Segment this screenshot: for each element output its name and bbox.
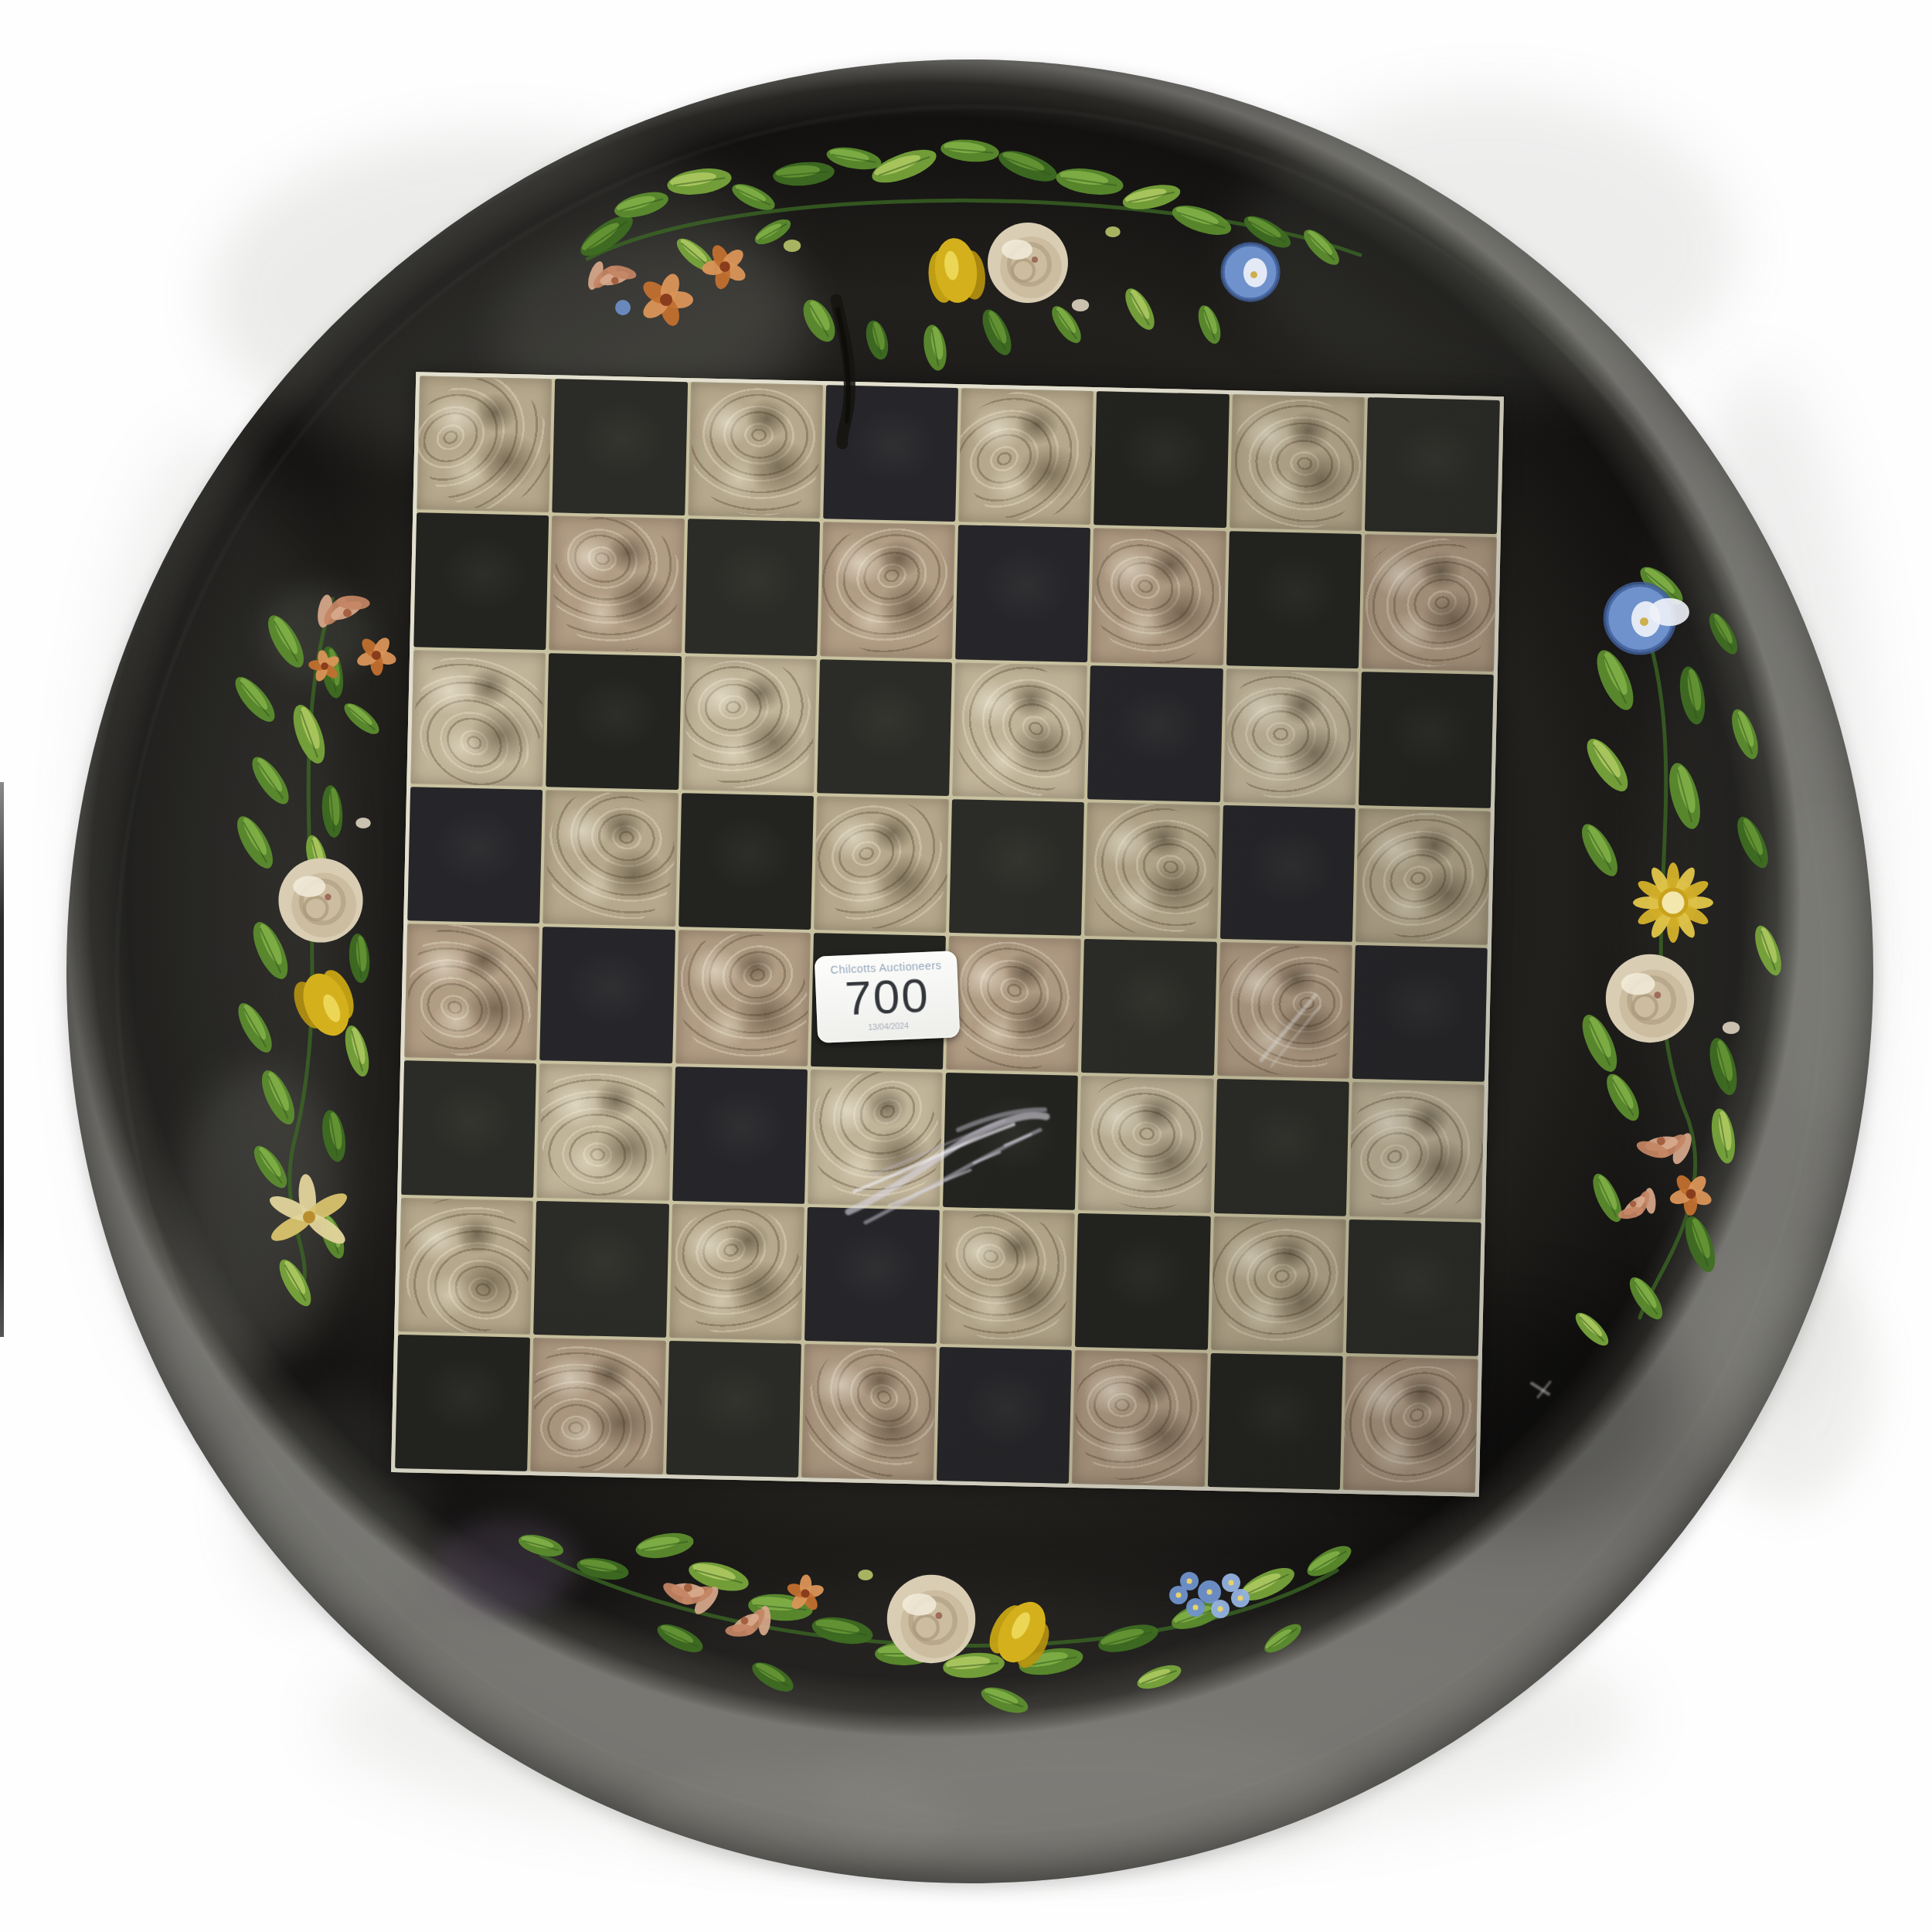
square-a1 — [395, 1335, 530, 1471]
square-b1 — [530, 1338, 665, 1475]
square-c5 — [679, 793, 814, 930]
square-c1 — [666, 1341, 801, 1478]
square-a4 — [404, 923, 539, 1060]
square-h2 — [1346, 1219, 1481, 1355]
square-c2 — [669, 1204, 804, 1341]
lot-number: 700 — [844, 973, 930, 1022]
photo-stage: Chilcotts Auctioneers 700 13/04/2024 — [0, 0, 1932, 1932]
square-h7 — [1362, 534, 1497, 671]
square-e4 — [946, 936, 1081, 1073]
square-d7 — [820, 522, 955, 658]
square-e5 — [949, 799, 1084, 936]
square-g7 — [1226, 531, 1361, 668]
square-d1 — [801, 1344, 937, 1481]
square-g5 — [1219, 805, 1355, 942]
square-c6 — [682, 656, 817, 793]
square-d6 — [817, 659, 952, 796]
square-b4 — [539, 927, 675, 1063]
square-a2 — [398, 1198, 533, 1335]
auction-date: 13/04/2024 — [868, 1021, 909, 1032]
square-e6 — [952, 662, 1087, 799]
square-a7 — [413, 513, 549, 650]
square-h8 — [1365, 397, 1500, 534]
square-e1 — [937, 1347, 1072, 1484]
square-c8 — [688, 382, 823, 519]
square-g6 — [1223, 668, 1358, 805]
square-d2 — [804, 1206, 940, 1343]
square-a5 — [407, 787, 543, 923]
square-c7 — [685, 519, 820, 655]
square-h4 — [1352, 945, 1488, 1082]
square-b7 — [549, 516, 684, 653]
square-e8 — [958, 388, 1094, 525]
square-c3 — [672, 1066, 808, 1203]
square-g8 — [1230, 394, 1365, 531]
square-b3 — [536, 1063, 672, 1200]
square-f6 — [1087, 665, 1223, 802]
square-e7 — [955, 525, 1090, 662]
square-a3 — [401, 1060, 536, 1197]
square-g3 — [1213, 1079, 1349, 1216]
square-e2 — [940, 1209, 1075, 1346]
square-f5 — [1084, 802, 1219, 939]
square-f2 — [1075, 1213, 1210, 1349]
square-a8 — [417, 376, 552, 512]
chess-board-wrap — [391, 372, 1504, 1497]
square-f1 — [1072, 1350, 1207, 1487]
square-d5 — [814, 796, 949, 933]
auction-lot-sticker: Chilcotts Auctioneers 700 13/04/2024 — [815, 951, 961, 1043]
background-edge-line — [0, 782, 4, 1337]
square-h5 — [1355, 808, 1491, 945]
square-b8 — [552, 379, 687, 515]
square-d8 — [823, 385, 958, 522]
square-a6 — [410, 650, 546, 787]
square-b6 — [546, 653, 681, 790]
square-f4 — [1081, 939, 1216, 1076]
square-g4 — [1216, 942, 1352, 1079]
square-g1 — [1207, 1353, 1342, 1490]
square-h1 — [1343, 1356, 1478, 1493]
square-b2 — [533, 1201, 668, 1338]
square-f8 — [1094, 391, 1229, 528]
square-b5 — [543, 790, 678, 927]
square-e3 — [943, 1073, 1078, 1209]
square-h6 — [1359, 672, 1494, 808]
square-d3 — [808, 1070, 943, 1206]
square-f3 — [1078, 1076, 1213, 1213]
square-g2 — [1210, 1216, 1345, 1352]
square-c4 — [675, 930, 811, 1066]
square-f7 — [1090, 528, 1226, 665]
chess-board — [391, 372, 1504, 1497]
square-h3 — [1349, 1082, 1485, 1219]
